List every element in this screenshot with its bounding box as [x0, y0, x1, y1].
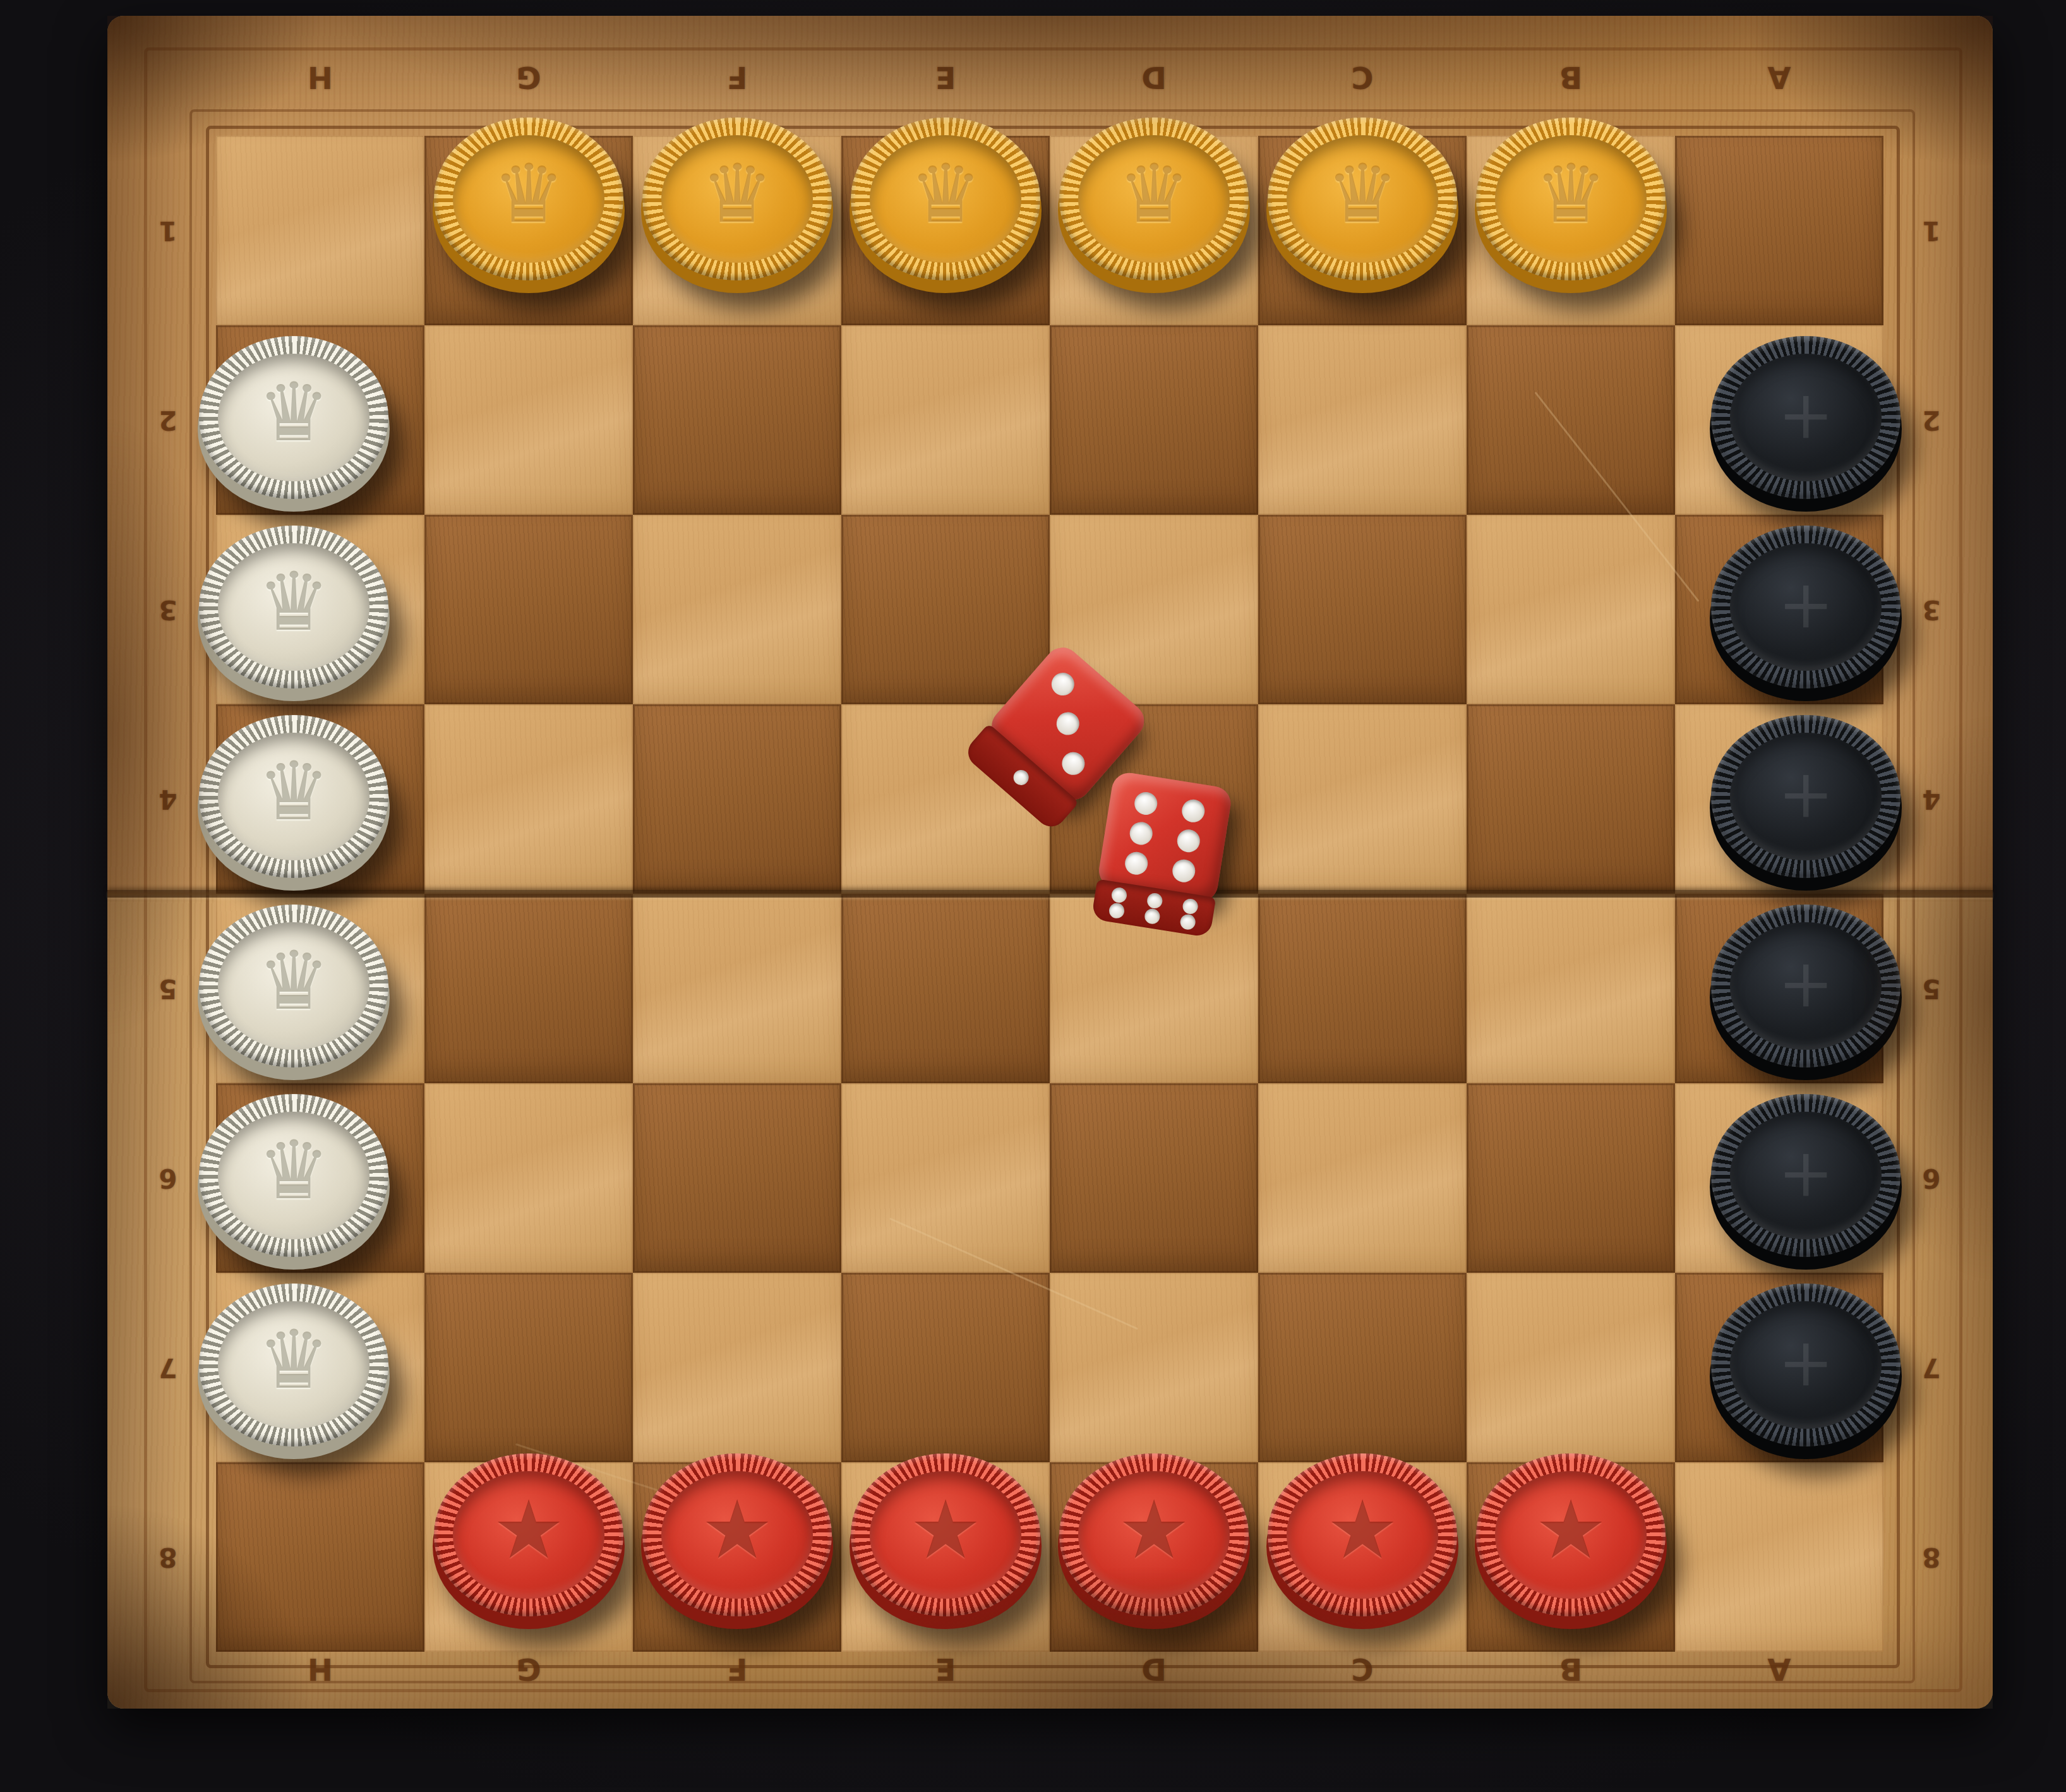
checker-face: [1287, 1471, 1438, 1598]
checker-red-e8[interactable]: ★: [851, 1453, 1040, 1616]
checker-yellow-g1[interactable]: ♛: [434, 117, 623, 280]
rank-label-right-2: 2: [1922, 405, 1940, 436]
checker-face: [453, 135, 604, 262]
file-label-top-g: G: [516, 60, 541, 95]
photo-canvas: ♛♛♛♛♛♛♛＋♛＋♛＋♛＋♛＋♛＋★★★★★★ HGFEDCBAHGFEDCB…: [0, 0, 2066, 1792]
checker-face: [870, 135, 1021, 262]
file-label-top-f: F: [727, 60, 748, 95]
file-label-top-c: C: [1351, 60, 1373, 95]
checker-face: [661, 1471, 813, 1598]
checker-face: [218, 543, 369, 670]
checker-face: [661, 135, 813, 262]
square-g7[interactable]: [424, 1273, 633, 1462]
checker-yellow-f1[interactable]: ♛: [642, 117, 832, 280]
square-c4[interactable]: [1258, 704, 1467, 894]
square-c5[interactable]: [1258, 894, 1467, 1083]
checker-face: [218, 1301, 369, 1428]
checker-white-h4[interactable]: ♛: [199, 715, 388, 878]
square-b8[interactable]: ★: [1467, 1462, 1675, 1652]
die-pip: [1052, 707, 1084, 740]
square-f2[interactable]: [633, 325, 841, 515]
square-a2[interactable]: ＋: [1675, 325, 1883, 515]
checker-yellow-b1[interactable]: ♛: [1476, 117, 1666, 280]
square-g8[interactable]: ★: [424, 1462, 633, 1652]
square-f3[interactable]: [633, 515, 841, 704]
square-e5[interactable]: [841, 894, 1050, 1083]
checker-face: [870, 1471, 1021, 1598]
square-f8[interactable]: ★: [633, 1462, 841, 1652]
checker-white-h3[interactable]: ♛: [199, 526, 388, 689]
file-label-top-a: A: [1767, 60, 1791, 95]
rank-label-left-6: 6: [159, 1163, 177, 1194]
checker-red-g8[interactable]: ★: [434, 1453, 623, 1616]
square-d1[interactable]: ♛: [1050, 136, 1258, 325]
die-pip: [1144, 908, 1161, 925]
file-label-bottom-g: G: [516, 1652, 541, 1687]
square-b5[interactable]: [1467, 894, 1675, 1083]
square-a8[interactable]: [1675, 1462, 1883, 1652]
checker-white-h6[interactable]: ♛: [199, 1094, 388, 1257]
file-label-bottom-c: C: [1351, 1652, 1373, 1687]
checker-yellow-e1[interactable]: ♛: [851, 117, 1040, 280]
file-label-bottom-b: B: [1559, 1652, 1583, 1687]
file-label-bottom-d: D: [1141, 1652, 1167, 1687]
square-c2[interactable]: [1258, 325, 1467, 515]
file-label-top-d: D: [1141, 60, 1167, 95]
square-f1[interactable]: ♛: [633, 136, 841, 325]
checker-red-f8[interactable]: ★: [642, 1453, 832, 1616]
square-e7[interactable]: [841, 1273, 1050, 1462]
rank-label-right-6: 6: [1922, 1163, 1940, 1194]
square-h7[interactable]: ♛: [216, 1273, 424, 1462]
checker-black-a7[interactable]: ＋: [1711, 1284, 1901, 1446]
rank-label-left-8: 8: [159, 1542, 177, 1573]
rank-label-left-4: 4: [159, 784, 177, 815]
chessboard: ♛♛♛♛♛♛♛＋♛＋♛＋♛＋♛＋♛＋★★★★★★ HGFEDCBAHGFEDCB…: [107, 16, 1993, 1709]
rank-label-left-2: 2: [159, 405, 177, 436]
checker-face: [218, 922, 369, 1049]
file-label-top-h: H: [308, 60, 333, 95]
square-d8[interactable]: ★: [1050, 1462, 1258, 1652]
die-pip: [1180, 798, 1206, 824]
square-c1[interactable]: ♛: [1258, 136, 1467, 325]
rank-label-right-4: 4: [1922, 784, 1940, 815]
square-g2[interactable]: [424, 325, 633, 515]
square-d7[interactable]: [1050, 1273, 1258, 1462]
file-label-bottom-e: E: [935, 1652, 956, 1687]
checker-face: [218, 1112, 369, 1239]
rank-label-right-8: 8: [1922, 1542, 1940, 1573]
die-pip: [1057, 747, 1089, 779]
checker-face: [1495, 1471, 1647, 1598]
checker-black-a4[interactable]: ＋: [1711, 715, 1901, 878]
square-e2[interactable]: [841, 325, 1050, 515]
die-pip: [1124, 850, 1150, 876]
square-c3[interactable]: [1258, 515, 1467, 704]
square-e6[interactable]: [841, 1083, 1050, 1273]
checker-face: [1730, 543, 1882, 670]
square-b6[interactable]: [1467, 1083, 1675, 1273]
rank-label-left-7: 7: [159, 1352, 177, 1383]
square-b1[interactable]: ♛: [1467, 136, 1675, 325]
rank-label-left-3: 3: [159, 594, 177, 625]
checker-red-b8[interactable]: ★: [1476, 1453, 1666, 1616]
rank-label-left-5: 5: [159, 973, 177, 1004]
die-pip: [1011, 767, 1032, 788]
square-c8[interactable]: ★: [1258, 1462, 1467, 1652]
file-label-bottom-h: H: [308, 1652, 333, 1687]
die-pip: [1146, 893, 1163, 910]
checker-red-d8[interactable]: ★: [1059, 1453, 1249, 1616]
die-pip: [1179, 913, 1196, 930]
square-a4[interactable]: ＋: [1675, 704, 1883, 894]
die-pip: [1175, 828, 1201, 854]
square-f6[interactable]: [633, 1083, 841, 1273]
square-e8[interactable]: ★: [841, 1462, 1050, 1652]
square-h1[interactable]: [216, 136, 424, 325]
rank-label-right-5: 5: [1922, 973, 1940, 1004]
file-label-bottom-a: A: [1767, 1652, 1791, 1687]
file-label-top-e: E: [935, 60, 956, 95]
checker-yellow-d1[interactable]: ♛: [1059, 117, 1249, 280]
checker-face: [218, 354, 369, 481]
die-pip: [1110, 887, 1127, 904]
checker-black-a5[interactable]: ＋: [1711, 905, 1901, 1067]
die-pip: [1171, 858, 1197, 884]
square-g5[interactable]: [424, 894, 633, 1083]
square-f5[interactable]: [633, 894, 841, 1083]
checker-black-a2[interactable]: ＋: [1711, 336, 1901, 499]
square-d2[interactable]: [1050, 325, 1258, 515]
square-f4[interactable]: [633, 704, 841, 894]
die-pip: [1182, 898, 1199, 915]
checker-black-a6[interactable]: ＋: [1711, 1094, 1901, 1257]
square-a6[interactable]: ＋: [1675, 1083, 1883, 1273]
square-b7[interactable]: [1467, 1273, 1675, 1462]
square-h4[interactable]: ♛: [216, 704, 424, 894]
checker-face: [1730, 1112, 1882, 1239]
square-h2[interactable]: ♛: [216, 325, 424, 515]
square-a5[interactable]: ＋: [1675, 894, 1883, 1083]
square-a7[interactable]: ＋: [1675, 1273, 1883, 1462]
die-pip: [1108, 902, 1125, 919]
checker-yellow-c1[interactable]: ♛: [1268, 117, 1457, 280]
rank-label-right-7: 7: [1922, 1352, 1940, 1383]
checker-white-h5[interactable]: ♛: [199, 905, 388, 1067]
checker-face: [1078, 135, 1230, 262]
square-d6[interactable]: [1050, 1083, 1258, 1273]
checker-face: [1495, 135, 1647, 262]
square-h3[interactable]: ♛: [216, 515, 424, 704]
square-g4[interactable]: [424, 704, 633, 894]
square-c6[interactable]: [1258, 1083, 1467, 1273]
checker-face: [1730, 733, 1882, 860]
square-b3[interactable]: [1467, 515, 1675, 704]
die-pip: [1047, 668, 1079, 700]
rank-label-right-3: 3: [1922, 594, 1940, 625]
square-g1[interactable]: ♛: [424, 136, 633, 325]
square-e1[interactable]: ♛: [841, 136, 1050, 325]
square-h8[interactable]: [216, 1462, 424, 1652]
square-h5[interactable]: ♛: [216, 894, 424, 1083]
checker-face: [453, 1471, 604, 1598]
square-b2[interactable]: [1467, 325, 1675, 515]
checker-white-h2[interactable]: ♛: [199, 336, 388, 499]
checker-face: [1730, 1301, 1882, 1428]
die-2-showing-6[interactable]: [1091, 771, 1234, 938]
square-g3[interactable]: [424, 515, 633, 704]
square-a3[interactable]: ＋: [1675, 515, 1883, 704]
square-c7[interactable]: [1258, 1273, 1467, 1462]
die-pip: [1133, 791, 1159, 817]
square-e3[interactable]: [841, 515, 1050, 704]
rank-label-right-1: 1: [1922, 215, 1940, 246]
rank-label-left-1: 1: [159, 215, 177, 246]
checker-face: [218, 733, 369, 860]
checker-face: [1730, 354, 1882, 481]
checker-face: [1287, 135, 1438, 262]
checker-face: [1730, 922, 1882, 1049]
square-f7[interactable]: [633, 1273, 841, 1462]
board-fold-seam: [107, 890, 1993, 898]
die-pip: [1128, 821, 1154, 846]
square-g6[interactable]: [424, 1083, 633, 1273]
checker-black-a3[interactable]: ＋: [1711, 526, 1901, 689]
checker-face: [1078, 1471, 1230, 1598]
file-label-top-b: B: [1559, 60, 1583, 95]
square-a1[interactable]: [1675, 136, 1883, 325]
square-h6[interactable]: ♛: [216, 1083, 424, 1273]
checker-white-h7[interactable]: ♛: [199, 1284, 388, 1446]
checker-red-c8[interactable]: ★: [1268, 1453, 1457, 1616]
square-b4[interactable]: [1467, 704, 1675, 894]
file-label-bottom-f: F: [727, 1652, 748, 1687]
